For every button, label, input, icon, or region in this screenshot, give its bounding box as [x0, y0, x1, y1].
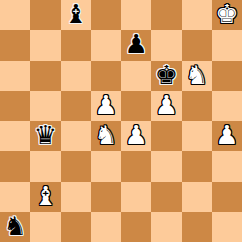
square-c6[interactable]: [61, 61, 91, 91]
black-king-f6: ♚: [155, 62, 178, 88]
square-f5[interactable]: ♟: [151, 91, 181, 121]
chess-board: ♝♚♟♚♞♟♟♛♞♟♟♝♞: [0, 0, 242, 242]
square-g8[interactable]: [182, 0, 212, 30]
square-b4[interactable]: ♛: [30, 121, 60, 151]
square-g6[interactable]: ♞: [182, 61, 212, 91]
square-c4[interactable]: [61, 121, 91, 151]
square-d4[interactable]: ♞: [91, 121, 121, 151]
white-knight-d4: ♞: [94, 122, 117, 148]
square-a5[interactable]: [0, 91, 30, 121]
square-a6[interactable]: [0, 61, 30, 91]
square-a7[interactable]: [0, 30, 30, 60]
square-b8[interactable]: [30, 0, 60, 30]
square-f7[interactable]: [151, 30, 181, 60]
black-pawn-e7: ♟: [124, 31, 147, 57]
square-h2[interactable]: [212, 182, 242, 212]
black-bishop-c8: ♝: [64, 1, 87, 27]
square-c3[interactable]: [61, 151, 91, 181]
square-g5[interactable]: [182, 91, 212, 121]
square-h6[interactable]: [212, 61, 242, 91]
square-g4[interactable]: [182, 121, 212, 151]
square-c5[interactable]: [61, 91, 91, 121]
square-d6[interactable]: [91, 61, 121, 91]
square-f3[interactable]: [151, 151, 181, 181]
square-b7[interactable]: [30, 30, 60, 60]
square-g2[interactable]: [182, 182, 212, 212]
square-d2[interactable]: [91, 182, 121, 212]
square-e2[interactable]: [121, 182, 151, 212]
square-c7[interactable]: [61, 30, 91, 60]
square-g1[interactable]: [182, 212, 212, 242]
square-f2[interactable]: [151, 182, 181, 212]
square-b5[interactable]: [30, 91, 60, 121]
square-b6[interactable]: [30, 61, 60, 91]
square-f4[interactable]: [151, 121, 181, 151]
black-knight-a1: ♞: [3, 213, 26, 239]
square-a4[interactable]: [0, 121, 30, 151]
square-d5[interactable]: ♟: [91, 91, 121, 121]
square-e5[interactable]: [121, 91, 151, 121]
square-d1[interactable]: [91, 212, 121, 242]
white-pawn-h4: ♟: [215, 122, 238, 148]
square-f8[interactable]: [151, 0, 181, 30]
square-b3[interactable]: [30, 151, 60, 181]
white-pawn-f5: ♟: [155, 92, 178, 118]
chess-board-container: ♝♚♟♚♞♟♟♛♞♟♟♝♞: [0, 0, 242, 242]
square-e4[interactable]: ♟: [121, 121, 151, 151]
square-h5[interactable]: [212, 91, 242, 121]
square-d7[interactable]: [91, 30, 121, 60]
square-b1[interactable]: [30, 212, 60, 242]
square-c2[interactable]: [61, 182, 91, 212]
square-h4[interactable]: ♟: [212, 121, 242, 151]
square-d8[interactable]: [91, 0, 121, 30]
black-queen-b4: ♛: [34, 122, 57, 148]
square-a2[interactable]: [0, 182, 30, 212]
square-d3[interactable]: [91, 151, 121, 181]
square-a3[interactable]: [0, 151, 30, 181]
square-h7[interactable]: [212, 30, 242, 60]
square-a8[interactable]: [0, 0, 30, 30]
square-e1[interactable]: [121, 212, 151, 242]
square-e3[interactable]: [121, 151, 151, 181]
square-g3[interactable]: [182, 151, 212, 181]
white-pawn-e4: ♟: [124, 122, 147, 148]
square-b2[interactable]: ♝: [30, 182, 60, 212]
square-f6[interactable]: ♚: [151, 61, 181, 91]
square-a1[interactable]: ♞: [0, 212, 30, 242]
square-c8[interactable]: ♝: [61, 0, 91, 30]
square-h1[interactable]: [212, 212, 242, 242]
square-h8[interactable]: ♚: [212, 0, 242, 30]
white-knight-g6: ♞: [185, 62, 208, 88]
white-pawn-d5: ♟: [94, 92, 117, 118]
white-bishop-b2: ♝: [34, 183, 57, 209]
square-e6[interactable]: [121, 61, 151, 91]
square-g7[interactable]: [182, 30, 212, 60]
square-e8[interactable]: [121, 0, 151, 30]
square-h3[interactable]: [212, 151, 242, 181]
square-e7[interactable]: ♟: [121, 30, 151, 60]
white-king-h8: ♚: [215, 1, 238, 27]
square-c1[interactable]: [61, 212, 91, 242]
square-f1[interactable]: [151, 212, 181, 242]
